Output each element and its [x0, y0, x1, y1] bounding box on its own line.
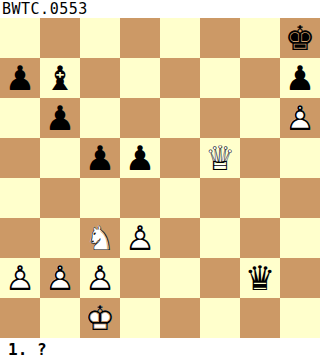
- move-bar: 1. ?: [0, 338, 320, 360]
- square-f3[interactable]: [200, 218, 240, 258]
- square-h2[interactable]: [280, 258, 320, 298]
- square-e4[interactable]: [160, 178, 200, 218]
- square-c3[interactable]: ♞♘: [80, 218, 120, 258]
- white-queen[interactable]: ♛♕: [200, 138, 240, 178]
- square-h5[interactable]: [280, 138, 320, 178]
- square-a2[interactable]: ♟♙: [0, 258, 40, 298]
- white-knight[interactable]: ♞♘: [80, 218, 120, 258]
- move-prompt: 1. ?: [8, 340, 47, 359]
- square-a7[interactable]: ♟: [0, 58, 40, 98]
- square-a4[interactable]: [0, 178, 40, 218]
- square-f5[interactable]: ♛♕: [200, 138, 240, 178]
- square-e5[interactable]: [160, 138, 200, 178]
- square-g4[interactable]: [240, 178, 280, 218]
- square-g3[interactable]: [240, 218, 280, 258]
- square-b8[interactable]: [40, 18, 80, 58]
- square-a3[interactable]: [0, 218, 40, 258]
- square-b5[interactable]: [40, 138, 80, 178]
- square-g8[interactable]: [240, 18, 280, 58]
- square-d6[interactable]: [120, 98, 160, 138]
- square-d5[interactable]: ♟: [120, 138, 160, 178]
- white-pawn-outline: ♙: [0, 258, 40, 298]
- square-d3[interactable]: ♟♙: [120, 218, 160, 258]
- square-c5[interactable]: ♟: [80, 138, 120, 178]
- square-g2[interactable]: ♛: [240, 258, 280, 298]
- white-pawn[interactable]: ♟♙: [80, 258, 120, 298]
- square-g5[interactable]: [240, 138, 280, 178]
- square-b7[interactable]: ♝: [40, 58, 80, 98]
- black-pawn[interactable]: ♟: [40, 98, 80, 138]
- square-d2[interactable]: [120, 258, 160, 298]
- square-h6[interactable]: ♟♙: [280, 98, 320, 138]
- white-pawn[interactable]: ♟♙: [40, 258, 80, 298]
- square-e8[interactable]: [160, 18, 200, 58]
- square-a8[interactable]: [0, 18, 40, 58]
- square-h7[interactable]: ♟: [280, 58, 320, 98]
- square-a5[interactable]: [0, 138, 40, 178]
- black-bishop[interactable]: ♝: [40, 58, 80, 98]
- square-g7[interactable]: [240, 58, 280, 98]
- square-c2[interactable]: ♟♙: [80, 258, 120, 298]
- white-knight-outline: ♘: [80, 218, 120, 258]
- square-b4[interactable]: [40, 178, 80, 218]
- white-pawn[interactable]: ♟♙: [280, 98, 320, 138]
- square-a1[interactable]: [0, 298, 40, 338]
- chess-board: ♚♟♝♟♟♟♙♟♟♛♕♞♘♟♙♟♙♟♙♟♙♛♚♔: [0, 18, 320, 338]
- square-f8[interactable]: [200, 18, 240, 58]
- black-pawn[interactable]: ♟: [280, 58, 320, 98]
- white-pawn-outline: ♙: [280, 98, 320, 138]
- square-f7[interactable]: [200, 58, 240, 98]
- square-h8[interactable]: ♚: [280, 18, 320, 58]
- square-c8[interactable]: [80, 18, 120, 58]
- square-e1[interactable]: [160, 298, 200, 338]
- square-h3[interactable]: [280, 218, 320, 258]
- white-king[interactable]: ♚♔: [80, 298, 120, 338]
- square-g1[interactable]: [240, 298, 280, 338]
- square-f2[interactable]: [200, 258, 240, 298]
- white-king-outline: ♔: [80, 298, 120, 338]
- white-queen-outline: ♕: [200, 138, 240, 178]
- square-g6[interactable]: [240, 98, 280, 138]
- white-pawn-outline: ♙: [80, 258, 120, 298]
- black-pawn[interactable]: ♟: [80, 138, 120, 178]
- white-pawn-outline: ♙: [120, 218, 160, 258]
- square-a6[interactable]: [0, 98, 40, 138]
- square-b2[interactable]: ♟♙: [40, 258, 80, 298]
- square-e3[interactable]: [160, 218, 200, 258]
- square-c7[interactable]: [80, 58, 120, 98]
- title-bar: BWTC.0553: [0, 0, 320, 18]
- black-pawn[interactable]: ♟: [0, 58, 40, 98]
- square-h1[interactable]: [280, 298, 320, 338]
- square-f6[interactable]: [200, 98, 240, 138]
- square-f1[interactable]: [200, 298, 240, 338]
- square-h4[interactable]: [280, 178, 320, 218]
- square-f4[interactable]: [200, 178, 240, 218]
- square-d8[interactable]: [120, 18, 160, 58]
- square-e2[interactable]: [160, 258, 200, 298]
- white-pawn[interactable]: ♟♙: [120, 218, 160, 258]
- square-d4[interactable]: [120, 178, 160, 218]
- puzzle-id: BWTC.0553: [2, 0, 88, 18]
- square-d7[interactable]: [120, 58, 160, 98]
- white-pawn-outline: ♙: [40, 258, 80, 298]
- square-d1[interactable]: [120, 298, 160, 338]
- square-c4[interactable]: [80, 178, 120, 218]
- black-pawn[interactable]: ♟: [120, 138, 160, 178]
- white-pawn[interactable]: ♟♙: [0, 258, 40, 298]
- black-king[interactable]: ♚: [280, 18, 320, 58]
- square-b6[interactable]: ♟: [40, 98, 80, 138]
- square-e7[interactable]: [160, 58, 200, 98]
- square-c6[interactable]: [80, 98, 120, 138]
- black-queen[interactable]: ♛: [240, 258, 280, 298]
- square-b1[interactable]: [40, 298, 80, 338]
- square-b3[interactable]: [40, 218, 80, 258]
- square-e6[interactable]: [160, 98, 200, 138]
- square-c1[interactable]: ♚♔: [80, 298, 120, 338]
